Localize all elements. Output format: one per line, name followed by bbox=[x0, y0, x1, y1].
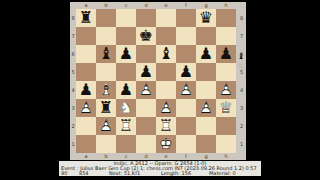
square-g2 bbox=[196, 117, 216, 135]
square-d4: ♟♙ bbox=[136, 81, 156, 99]
black-pawn-g6: ♟ bbox=[196, 45, 216, 63]
file-label-c: c bbox=[116, 2, 136, 9]
square-c3: ♞♘ bbox=[116, 99, 136, 117]
square-a8: ♜ bbox=[76, 9, 96, 27]
square-e5 bbox=[156, 63, 176, 81]
move-number: 90 bbox=[61, 171, 79, 176]
file-labels-bottom: abcdefgh bbox=[76, 153, 236, 160]
square-e7 bbox=[156, 27, 176, 45]
square-h4: ♟♙ bbox=[216, 81, 236, 99]
file-label-b: b bbox=[96, 153, 116, 160]
white-pawn-g3: ♟♙ bbox=[196, 99, 216, 117]
square-g6: ♟ bbox=[196, 45, 216, 63]
white-pawn-b2: ♟♙ bbox=[96, 117, 116, 135]
black-pawn-a4: ♟ bbox=[76, 81, 96, 99]
black-pawn-d5: ♟ bbox=[136, 63, 156, 81]
square-g7 bbox=[196, 27, 216, 45]
black-pawn-f5: ♟ bbox=[176, 63, 196, 81]
square-d7: ♚ bbox=[136, 27, 156, 45]
file-label-g: g bbox=[196, 153, 216, 160]
square-d6 bbox=[136, 45, 156, 63]
square-f7 bbox=[176, 27, 196, 45]
square-d5: ♟ bbox=[136, 63, 156, 81]
square-e8 bbox=[156, 9, 176, 27]
file-label-f: f bbox=[176, 2, 196, 9]
square-a1 bbox=[76, 135, 96, 153]
rank-label-3: 3 bbox=[237, 99, 246, 117]
rank-label-4: 4 bbox=[237, 81, 246, 99]
square-h8 bbox=[216, 9, 236, 27]
rank-label-1: 1 bbox=[237, 135, 246, 153]
file-label-d: d bbox=[136, 153, 156, 160]
white-king-e1: ♚♔ bbox=[156, 135, 176, 153]
square-c4: ♟ bbox=[116, 81, 136, 99]
file-label-b: b bbox=[96, 2, 116, 9]
white-queen-h3: ♛♕ bbox=[216, 99, 236, 117]
rank-label-7: 7 bbox=[237, 27, 246, 45]
square-h2 bbox=[216, 117, 236, 135]
square-c8 bbox=[116, 9, 136, 27]
black-pawn-h6: ♟ bbox=[216, 45, 236, 63]
game-length: Length: 156 bbox=[161, 171, 209, 176]
square-c7 bbox=[116, 27, 136, 45]
white-rook-c2: ♜♖ bbox=[116, 117, 136, 135]
square-c1 bbox=[116, 135, 136, 153]
square-b3: ♜ bbox=[96, 99, 116, 117]
square-c6: ♟ bbox=[116, 45, 136, 63]
square-g1 bbox=[196, 135, 216, 153]
square-f3 bbox=[176, 99, 196, 117]
black-king-d7: ♚ bbox=[136, 27, 156, 45]
square-b1 bbox=[96, 135, 116, 153]
file-label-a: a bbox=[76, 153, 96, 160]
square-b2: ♟♙ bbox=[96, 117, 116, 135]
square-g8: ♛ bbox=[196, 9, 216, 27]
square-c2: ♜♖ bbox=[116, 117, 136, 135]
square-e4 bbox=[156, 81, 176, 99]
square-c5 bbox=[116, 63, 136, 81]
square-a3: ♟♙ bbox=[76, 99, 96, 117]
black-rook-a8: ♜ bbox=[76, 9, 96, 27]
square-h5 bbox=[216, 63, 236, 81]
white-pawn-d4: ♟♙ bbox=[136, 81, 156, 99]
captured-white-knight-icon: ♘ bbox=[237, 62, 244, 72]
rank-label-2: 2 bbox=[237, 117, 246, 135]
captured-black-bishop-icon: ♝ bbox=[237, 52, 244, 62]
black-rook-b3: ♜ bbox=[96, 99, 116, 117]
square-f4: ♟♙ bbox=[176, 81, 196, 99]
video-frame: abcdefgh 87654321 ♜♛♚♝♟♝♟♟♟♟♟♝♗♟♟♙♟♙♟♙♟♙… bbox=[0, 0, 320, 180]
square-a2 bbox=[76, 117, 96, 135]
square-a7 bbox=[76, 27, 96, 45]
square-h3: ♛♕ bbox=[216, 99, 236, 117]
square-f8 bbox=[176, 9, 196, 27]
square-f5: ♟ bbox=[176, 63, 196, 81]
next-move: Next: 51.Kf1 bbox=[109, 171, 161, 176]
square-a6 bbox=[76, 45, 96, 63]
square-a5 bbox=[76, 63, 96, 81]
square-e3: ♟♙ bbox=[156, 99, 176, 117]
white-knight-c3: ♞♘ bbox=[116, 99, 136, 117]
chess-board: abcdefgh 87654321 ♜♛♚♝♟♝♟♟♟♟♟♝♗♟♟♙♟♙♟♙♟♙… bbox=[70, 2, 246, 160]
square-f2 bbox=[176, 117, 196, 135]
square-b4: ♝♗ bbox=[96, 81, 116, 99]
square-h7 bbox=[216, 27, 236, 45]
square-g4 bbox=[196, 81, 216, 99]
square-h6: ♟ bbox=[216, 45, 236, 63]
white-pawn-h4: ♟♙ bbox=[216, 81, 236, 99]
white-pawn-a3: ♟♙ bbox=[76, 99, 96, 117]
square-a4: ♟ bbox=[76, 81, 96, 99]
file-label-c: c bbox=[116, 153, 136, 160]
square-e1: ♚♔ bbox=[156, 135, 176, 153]
file-label-d: d bbox=[136, 2, 156, 9]
file-label-h: h bbox=[216, 2, 236, 9]
white-pawn-f4: ♟♙ bbox=[176, 81, 196, 99]
square-d2 bbox=[136, 117, 156, 135]
white-rook-e2: ♜♖ bbox=[156, 117, 176, 135]
material-balance: Material: 0 bbox=[209, 171, 236, 176]
square-d8 bbox=[136, 9, 156, 27]
board-grid: ♜♛♚♝♟♝♟♟♟♟♟♝♗♟♟♙♟♙♟♙♟♙♜♞♘♟♙♟♙♛♕♟♙♜♖♜♖♚♔ bbox=[76, 9, 236, 153]
caption-bar: Indjic, A 2612 -- Oparin, G 2654 (1-0) E… bbox=[59, 161, 261, 176]
square-b8 bbox=[96, 9, 116, 27]
black-bishop-e6: ♝ bbox=[156, 45, 176, 63]
square-g3: ♟♙ bbox=[196, 99, 216, 117]
square-d1 bbox=[136, 135, 156, 153]
square-b5 bbox=[96, 63, 116, 81]
white-pawn-e3: ♟♙ bbox=[156, 99, 176, 117]
file-label-e: e bbox=[156, 2, 176, 9]
square-d3 bbox=[136, 99, 156, 117]
square-e2: ♜♖ bbox=[156, 117, 176, 135]
material-tray: ♝ ♘ bbox=[236, 52, 246, 82]
square-b6: ♝ bbox=[96, 45, 116, 63]
square-g5 bbox=[196, 63, 216, 81]
square-h1 bbox=[216, 135, 236, 153]
stats-line: 90 854 Next: 51.Kf1 Length: 156 Material… bbox=[59, 171, 261, 176]
black-pawn-c6: ♟ bbox=[116, 45, 136, 63]
white-bishop-b4: ♝♗ bbox=[96, 81, 116, 99]
black-pawn-c4: ♟ bbox=[116, 81, 136, 99]
black-bishop-b6: ♝ bbox=[96, 45, 116, 63]
square-b7 bbox=[96, 27, 116, 45]
file-label-e: e bbox=[156, 153, 176, 160]
file-label-h: h bbox=[216, 153, 236, 160]
square-f1 bbox=[176, 135, 196, 153]
black-queen-g8: ♛ bbox=[196, 9, 216, 27]
square-e6: ♝ bbox=[156, 45, 176, 63]
time-value: 854 bbox=[79, 171, 109, 176]
rank-label-8: 8 bbox=[237, 9, 246, 27]
file-label-f: f bbox=[176, 153, 196, 160]
square-f6 bbox=[176, 45, 196, 63]
